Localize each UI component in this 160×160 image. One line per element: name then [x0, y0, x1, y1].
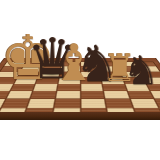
chessboard-photo: ♚♛♝♞♜♞	[0, 0, 160, 160]
pieces-layer: ♚♛♝♞♜♞	[0, 0, 160, 160]
black-knight-2: ♞	[123, 50, 159, 90]
